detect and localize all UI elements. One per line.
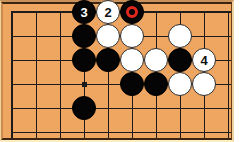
stone-white [168, 72, 192, 96]
stone-black [72, 24, 96, 48]
go-diagram: 324 [0, 0, 234, 142]
stone-black-circled [120, 0, 144, 24]
stone-black [168, 48, 192, 72]
stone-white [144, 48, 168, 72]
move-number: 2 [104, 6, 111, 19]
move-number: 4 [200, 54, 207, 67]
move-number: 3 [80, 6, 87, 19]
stone-black [72, 96, 96, 120]
stone-white [192, 72, 216, 96]
stone-black [144, 72, 168, 96]
stone-white: 2 [96, 0, 120, 24]
stone-black: 3 [72, 0, 96, 24]
stone-black [96, 48, 120, 72]
stone-white [96, 24, 120, 48]
stone-black [120, 72, 144, 96]
stone-black [72, 48, 96, 72]
stone-white [120, 24, 144, 48]
stone-white [120, 48, 144, 72]
go-board: 324 [1, 2, 232, 140]
stone-white: 4 [192, 48, 216, 72]
stone-white [168, 24, 192, 48]
circle-mark-icon [126, 6, 138, 18]
stones-grid: 324 [0, 0, 240, 142]
